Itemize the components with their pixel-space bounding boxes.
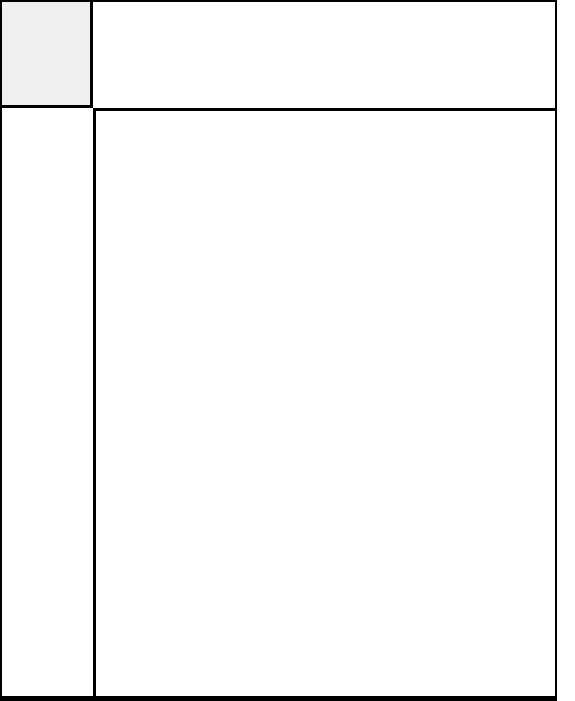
row-clues-area [0,108,96,698]
corner-watermark [0,0,93,108]
nonogram-puzzle [0,0,575,701]
column-clues-area [93,0,557,111]
site-watermark [557,555,575,701]
